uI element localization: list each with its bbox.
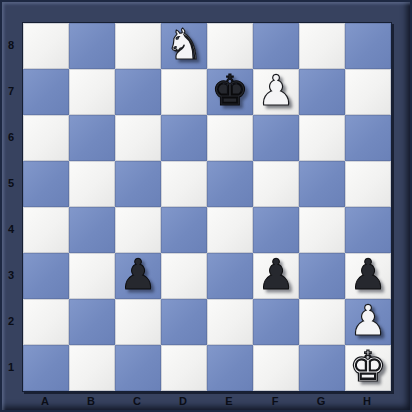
square-e7[interactable]: ♚	[207, 69, 253, 115]
square-a1[interactable]	[23, 345, 69, 391]
square-f6[interactable]	[253, 115, 299, 161]
rank-label-8: 8	[0, 22, 22, 68]
square-g1[interactable]	[299, 345, 345, 391]
rank-label-6: 6	[0, 114, 22, 160]
square-e5[interactable]	[207, 161, 253, 207]
white-king-piece[interactable]: ♚	[349, 346, 387, 388]
file-label-c: C	[114, 391, 160, 411]
square-e6[interactable]	[207, 115, 253, 161]
square-c5[interactable]	[115, 161, 161, 207]
rank-label-5: 5	[0, 160, 22, 206]
square-a5[interactable]	[23, 161, 69, 207]
square-b6[interactable]	[69, 115, 115, 161]
square-b3[interactable]	[69, 253, 115, 299]
rank-label-2: 2	[0, 298, 22, 344]
square-g6[interactable]	[299, 115, 345, 161]
square-h4[interactable]	[345, 207, 391, 253]
black-king-piece[interactable]: ♚	[211, 70, 249, 112]
black-pawn-piece[interactable]: ♟	[349, 254, 387, 296]
square-f3[interactable]: ♟	[253, 253, 299, 299]
square-c2[interactable]	[115, 299, 161, 345]
square-b8[interactable]	[69, 23, 115, 69]
white-knight-piece[interactable]: ♞	[165, 24, 203, 66]
square-c8[interactable]	[115, 23, 161, 69]
square-c1[interactable]	[115, 345, 161, 391]
square-c3[interactable]: ♟	[115, 253, 161, 299]
file-label-a: A	[22, 391, 68, 411]
rank-label-4: 4	[0, 206, 22, 252]
square-h7[interactable]	[345, 69, 391, 115]
file-label-g: G	[298, 391, 344, 411]
square-d7[interactable]	[161, 69, 207, 115]
chess-board: ♞♚♟♟♟♟♟♚	[22, 22, 392, 392]
square-b5[interactable]	[69, 161, 115, 207]
square-d3[interactable]	[161, 253, 207, 299]
square-a6[interactable]	[23, 115, 69, 161]
square-h5[interactable]	[345, 161, 391, 207]
square-e3[interactable]	[207, 253, 253, 299]
square-f5[interactable]	[253, 161, 299, 207]
square-c6[interactable]	[115, 115, 161, 161]
square-f1[interactable]	[253, 345, 299, 391]
square-g5[interactable]	[299, 161, 345, 207]
square-d1[interactable]	[161, 345, 207, 391]
file-label-b: B	[68, 391, 114, 411]
square-c4[interactable]	[115, 207, 161, 253]
square-f4[interactable]	[253, 207, 299, 253]
rank-label-7: 7	[0, 68, 22, 114]
black-pawn-piece[interactable]: ♟	[119, 254, 157, 296]
square-h1[interactable]: ♚	[345, 345, 391, 391]
square-h6[interactable]	[345, 115, 391, 161]
rank-label-1: 1	[0, 344, 22, 390]
file-label-e: E	[206, 391, 252, 411]
square-d2[interactable]	[161, 299, 207, 345]
white-pawn-piece[interactable]: ♟	[257, 70, 295, 112]
file-label-d: D	[160, 391, 206, 411]
black-pawn-piece[interactable]: ♟	[257, 254, 295, 296]
square-e1[interactable]	[207, 345, 253, 391]
file-label-f: F	[252, 391, 298, 411]
file-label-h: H	[344, 391, 390, 411]
file-labels: ABCDEFGH	[22, 391, 390, 411]
rank-labels: 87654321	[0, 22, 22, 390]
square-c7[interactable]	[115, 69, 161, 115]
square-f7[interactable]: ♟	[253, 69, 299, 115]
square-d6[interactable]	[161, 115, 207, 161]
square-a8[interactable]	[23, 23, 69, 69]
board-frame: 87654321 ♞♚♟♟♟♟♟♚ ABCDEFGH	[0, 0, 412, 412]
square-a2[interactable]	[23, 299, 69, 345]
square-a3[interactable]	[23, 253, 69, 299]
square-b4[interactable]	[69, 207, 115, 253]
square-b7[interactable]	[69, 69, 115, 115]
square-d4[interactable]	[161, 207, 207, 253]
square-e2[interactable]	[207, 299, 253, 345]
square-e4[interactable]	[207, 207, 253, 253]
rank-label-3: 3	[0, 252, 22, 298]
square-g4[interactable]	[299, 207, 345, 253]
square-a7[interactable]	[23, 69, 69, 115]
square-f2[interactable]	[253, 299, 299, 345]
square-d5[interactable]	[161, 161, 207, 207]
square-h8[interactable]	[345, 23, 391, 69]
square-g8[interactable]	[299, 23, 345, 69]
square-h2[interactable]: ♟	[345, 299, 391, 345]
square-f8[interactable]	[253, 23, 299, 69]
square-d8[interactable]: ♞	[161, 23, 207, 69]
square-a4[interactable]	[23, 207, 69, 253]
square-g7[interactable]	[299, 69, 345, 115]
square-b1[interactable]	[69, 345, 115, 391]
square-e8[interactable]	[207, 23, 253, 69]
square-b2[interactable]	[69, 299, 115, 345]
square-h3[interactable]: ♟	[345, 253, 391, 299]
white-pawn-piece[interactable]: ♟	[349, 300, 387, 342]
square-g2[interactable]	[299, 299, 345, 345]
square-g3[interactable]	[299, 253, 345, 299]
